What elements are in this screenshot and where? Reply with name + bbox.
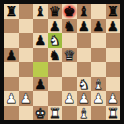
square-h7[interactable]: ♟ bbox=[106, 19, 121, 34]
square-a2[interactable]: ♟ bbox=[4, 91, 19, 106]
black-rook[interactable]: ♜ bbox=[107, 4, 119, 19]
white-bishop[interactable]: ♝ bbox=[78, 106, 90, 121]
square-a6[interactable] bbox=[4, 33, 19, 48]
white-knight[interactable]: ♞ bbox=[78, 77, 90, 92]
square-f2[interactable]: ♟ bbox=[77, 91, 92, 106]
white-pawn[interactable]: ♟ bbox=[78, 91, 90, 106]
square-f4[interactable] bbox=[77, 62, 92, 77]
square-d4[interactable] bbox=[48, 62, 63, 77]
square-c5[interactable] bbox=[33, 48, 48, 63]
square-b6[interactable] bbox=[19, 33, 34, 48]
black-pawn[interactable]: ♟ bbox=[107, 19, 119, 34]
square-g8[interactable] bbox=[91, 4, 106, 19]
white-pawn[interactable]: ♟ bbox=[20, 91, 32, 106]
square-f5[interactable] bbox=[77, 48, 92, 63]
square-g1[interactable] bbox=[91, 106, 106, 121]
black-bishop[interactable]: ♝ bbox=[78, 4, 90, 19]
chess-board: ♜♝♛♚♝♜♟♞♟♟♟♟♞♟♞♛♟♞♝♟♟♟♟♟♟♚♜♝♜ bbox=[4, 4, 120, 120]
square-b8[interactable] bbox=[19, 4, 34, 19]
white-pawn[interactable]: ♟ bbox=[92, 91, 104, 106]
white-pawn[interactable]: ♟ bbox=[63, 91, 75, 106]
square-b1[interactable] bbox=[19, 106, 34, 121]
square-g3[interactable]: ♝ bbox=[91, 77, 106, 92]
square-a1[interactable] bbox=[4, 106, 19, 121]
square-a3[interactable] bbox=[4, 77, 19, 92]
square-b2[interactable]: ♟ bbox=[19, 91, 34, 106]
square-h3[interactable] bbox=[106, 77, 121, 92]
square-b3[interactable] bbox=[19, 77, 34, 92]
black-king[interactable]: ♚ bbox=[63, 4, 75, 19]
square-e7[interactable]: ♞ bbox=[62, 19, 77, 34]
square-c2[interactable] bbox=[33, 91, 48, 106]
square-h4[interactable] bbox=[106, 62, 121, 77]
square-d8[interactable]: ♛ bbox=[48, 4, 63, 19]
square-g5[interactable] bbox=[91, 48, 106, 63]
square-d5[interactable]: ♞ bbox=[48, 48, 63, 63]
square-e1[interactable] bbox=[62, 106, 77, 121]
white-queen[interactable]: ♛ bbox=[63, 48, 75, 63]
black-pawn[interactable]: ♟ bbox=[49, 19, 61, 34]
square-d1[interactable]: ♜ bbox=[48, 106, 63, 121]
square-g4[interactable] bbox=[91, 62, 106, 77]
square-e4[interactable] bbox=[62, 62, 77, 77]
square-f8[interactable]: ♝ bbox=[77, 4, 92, 19]
square-e3[interactable] bbox=[62, 77, 77, 92]
square-g2[interactable]: ♟ bbox=[91, 91, 106, 106]
black-knight[interactable]: ♞ bbox=[63, 19, 75, 34]
square-a5[interactable]: ♟ bbox=[4, 48, 19, 63]
square-f6[interactable] bbox=[77, 33, 92, 48]
square-e2[interactable]: ♟ bbox=[62, 91, 77, 106]
square-h5[interactable] bbox=[106, 48, 121, 63]
square-g6[interactable] bbox=[91, 33, 106, 48]
black-rook[interactable]: ♜ bbox=[5, 4, 17, 19]
black-pawn[interactable]: ♟ bbox=[92, 19, 104, 34]
black-knight[interactable]: ♞ bbox=[49, 48, 61, 63]
square-c6[interactable]: ♟ bbox=[33, 33, 48, 48]
white-rook[interactable]: ♜ bbox=[107, 106, 119, 121]
square-c7[interactable] bbox=[33, 19, 48, 34]
black-pawn[interactable]: ♟ bbox=[34, 33, 46, 48]
square-b7[interactable] bbox=[19, 19, 34, 34]
square-c4[interactable] bbox=[33, 62, 48, 77]
square-d2[interactable] bbox=[48, 91, 63, 106]
square-f1[interactable]: ♝ bbox=[77, 106, 92, 121]
square-h1[interactable]: ♜ bbox=[106, 106, 121, 121]
square-f7[interactable]: ♟ bbox=[77, 19, 92, 34]
white-rook[interactable]: ♜ bbox=[49, 106, 61, 121]
square-h6[interactable] bbox=[106, 33, 121, 48]
square-e6[interactable] bbox=[62, 33, 77, 48]
black-pawn[interactable]: ♟ bbox=[34, 77, 46, 92]
white-king[interactable]: ♚ bbox=[34, 106, 46, 121]
square-a8[interactable]: ♜ bbox=[4, 4, 19, 19]
square-c8[interactable]: ♝ bbox=[33, 4, 48, 19]
square-d3[interactable] bbox=[48, 77, 63, 92]
square-h8[interactable]: ♜ bbox=[106, 4, 121, 19]
square-h2[interactable]: ♟ bbox=[106, 91, 121, 106]
white-bishop[interactable]: ♝ bbox=[92, 77, 104, 92]
square-c1[interactable]: ♚ bbox=[33, 106, 48, 121]
square-a7[interactable] bbox=[4, 19, 19, 34]
square-e5[interactable]: ♛ bbox=[62, 48, 77, 63]
square-d7[interactable]: ♟ bbox=[48, 19, 63, 34]
square-d6[interactable]: ♞ bbox=[48, 33, 63, 48]
white-pawn[interactable]: ♟ bbox=[5, 91, 17, 106]
square-f3[interactable]: ♞ bbox=[77, 77, 92, 92]
chess-board-frame: ♜♝♛♚♝♜♟♞♟♟♟♟♞♟♞♛♟♞♝♟♟♟♟♟♟♚♜♝♜ bbox=[0, 0, 124, 124]
black-pawn[interactable]: ♟ bbox=[5, 48, 17, 63]
white-knight[interactable]: ♞ bbox=[49, 33, 61, 48]
square-e8[interactable]: ♚ bbox=[62, 4, 77, 19]
square-a4[interactable] bbox=[4, 62, 19, 77]
black-queen[interactable]: ♛ bbox=[49, 4, 61, 19]
square-g7[interactable]: ♟ bbox=[91, 19, 106, 34]
white-pawn[interactable]: ♟ bbox=[107, 91, 119, 106]
square-b4[interactable] bbox=[19, 62, 34, 77]
black-bishop[interactable]: ♝ bbox=[34, 4, 46, 19]
black-pawn[interactable]: ♟ bbox=[78, 19, 90, 34]
square-c3[interactable]: ♟ bbox=[33, 77, 48, 92]
square-b5[interactable] bbox=[19, 48, 34, 63]
